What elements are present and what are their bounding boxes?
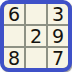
digit: 3	[52, 5, 64, 24]
sudoku-board: 6 3 2 9 8 7	[0, 0, 72, 72]
cell-r1c3[interactable]: 3	[48, 4, 68, 24]
cell-r3c3[interactable]: 7	[48, 48, 68, 68]
digit: 7	[52, 49, 64, 68]
digit: 2	[30, 27, 42, 46]
sudoku-grid: 6 3 2 9 8 7	[4, 4, 68, 68]
cell-r3c2[interactable]	[26, 48, 46, 68]
cell-r2c2[interactable]: 2	[26, 26, 46, 46]
cell-r3c1[interactable]: 8	[4, 48, 24, 68]
cell-r1c2[interactable]	[26, 4, 46, 24]
digit: 9	[52, 27, 64, 46]
cell-r2c1[interactable]	[4, 26, 24, 46]
cell-r1c1[interactable]: 6	[4, 4, 24, 24]
cell-r2c3[interactable]: 9	[48, 26, 68, 46]
digit: 6	[8, 5, 20, 24]
digit: 8	[8, 49, 20, 68]
